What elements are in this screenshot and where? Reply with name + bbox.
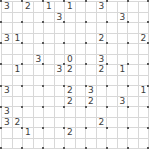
cell[interactable]: [44, 23, 55, 34]
cell[interactable]: [44, 107, 55, 118]
cell[interactable]: [86, 2, 97, 13]
grid-dot: [127, 127, 129, 129]
grid-dot: [85, 21, 87, 23]
grid-dot: [42, 63, 44, 65]
grid-dot: [63, 147, 65, 149]
cell[interactable]: [128, 128, 139, 139]
grid-dot: [127, 85, 129, 87]
cell[interactable]: [118, 128, 129, 139]
cell[interactable]: [65, 107, 76, 118]
grid-dot: [42, 127, 44, 129]
cell[interactable]: [34, 107, 45, 118]
cell[interactable]: [128, 97, 139, 108]
grid-dot: [42, 85, 44, 87]
cell[interactable]: [128, 55, 139, 66]
grid-dot: [127, 106, 129, 108]
cell[interactable]: [65, 23, 76, 34]
grid-dot: [0, 0, 2, 2]
clue-cell[interactable]: 2: [65, 128, 76, 139]
cell[interactable]: [128, 76, 139, 87]
clue-cell[interactable]: 3: [97, 2, 108, 13]
cell[interactable]: [86, 128, 97, 139]
cell[interactable]: [23, 55, 34, 66]
cell[interactable]: [107, 23, 118, 34]
clue-cell[interactable]: 1: [65, 2, 76, 13]
cell[interactable]: [107, 34, 118, 45]
cell[interactable]: [44, 44, 55, 55]
cell[interactable]: [23, 23, 34, 34]
clue-cell[interactable]: 2: [86, 97, 97, 108]
grid-dot: [85, 0, 87, 2]
cell[interactable]: [44, 55, 55, 66]
cell[interactable]: [55, 128, 66, 139]
grid-dot: [63, 63, 65, 65]
cell[interactable]: [23, 86, 34, 97]
clue-cell[interactable]: 3: [55, 65, 66, 76]
clue-cell[interactable]: 2: [65, 65, 76, 76]
grid-dot: [21, 0, 23, 2]
cell[interactable]: [86, 13, 97, 24]
clue-cell[interactable]: 1: [13, 65, 24, 76]
cell[interactable]: [34, 2, 45, 13]
cell[interactable]: [128, 2, 139, 13]
cell[interactable]: [2, 23, 13, 34]
cell[interactable]: [128, 23, 139, 34]
cell[interactable]: [65, 34, 76, 45]
cell[interactable]: [128, 65, 139, 76]
grid-dot: [106, 63, 108, 65]
cell[interactable]: [23, 97, 34, 108]
grid-dot: [21, 63, 23, 65]
cell[interactable]: [44, 65, 55, 76]
cell[interactable]: [13, 44, 24, 55]
grid-dot: [0, 21, 2, 23]
cell[interactable]: [44, 118, 55, 129]
grid-dot: [0, 127, 2, 129]
cell[interactable]: [2, 44, 13, 55]
cell[interactable]: [128, 86, 139, 97]
cell[interactable]: [118, 2, 129, 13]
clue-cell[interactable]: 3: [2, 34, 13, 45]
grid-dot: [147, 42, 149, 44]
cell[interactable]: [139, 107, 150, 118]
clue-cell[interactable]: 2: [65, 97, 76, 108]
cell[interactable]: [86, 107, 97, 118]
cell[interactable]: [139, 2, 150, 13]
cell[interactable]: [86, 34, 97, 45]
grid-dot: [63, 85, 65, 87]
grid-dot: [106, 21, 108, 23]
cell[interactable]: [34, 86, 45, 97]
grid-dot: [0, 63, 2, 65]
cell[interactable]: [23, 65, 34, 76]
cell[interactable]: [107, 2, 118, 13]
cell[interactable]: [139, 23, 150, 34]
cell[interactable]: [107, 44, 118, 55]
cell[interactable]: [65, 44, 76, 55]
clue-cell[interactable]: 3: [2, 86, 13, 97]
cell[interactable]: [107, 86, 118, 97]
grid-dot: [85, 147, 87, 149]
grid-dot: [147, 147, 149, 149]
clue-cell[interactable]: 2: [97, 65, 108, 76]
grid-dot: [85, 127, 87, 129]
cell[interactable]: [44, 86, 55, 97]
grid-dot: [106, 127, 108, 129]
grid-dot: [63, 21, 65, 23]
grid-dot: [127, 21, 129, 23]
cell[interactable]: [86, 118, 97, 129]
cell[interactable]: [118, 86, 129, 97]
grid-dot: [42, 21, 44, 23]
grid-dot: [0, 85, 2, 87]
clue-cell[interactable]: 1: [23, 128, 34, 139]
cell[interactable]: [128, 34, 139, 45]
grid-dot: [21, 147, 23, 149]
cell[interactable]: [23, 76, 34, 87]
cell[interactable]: [128, 13, 139, 24]
grid-dot: [42, 147, 44, 149]
cell[interactable]: [97, 44, 108, 55]
cell[interactable]: [55, 86, 66, 97]
grid-dot: [106, 147, 108, 149]
clue-cell[interactable]: 3: [2, 2, 13, 13]
grid-dot: [0, 106, 2, 108]
cell[interactable]: [97, 107, 108, 118]
cell[interactable]: [13, 128, 24, 139]
cell[interactable]: [86, 65, 97, 76]
cell[interactable]: [44, 97, 55, 108]
cell[interactable]: [34, 128, 45, 139]
cell[interactable]: [107, 128, 118, 139]
grid-dot: [21, 85, 23, 87]
cell[interactable]: [97, 128, 108, 139]
grid-dot: [21, 106, 23, 108]
cell[interactable]: [13, 86, 24, 97]
grid-dot: [21, 42, 23, 44]
cell[interactable]: [86, 139, 97, 150]
cell[interactable]: [2, 55, 13, 66]
grid-dot: [0, 42, 2, 44]
cell[interactable]: [2, 139, 13, 150]
grid-dot: [42, 0, 44, 2]
cell[interactable]: [23, 107, 34, 118]
cell[interactable]: [86, 55, 97, 66]
grid-dot: [127, 63, 129, 65]
cell[interactable]: [76, 107, 87, 118]
grid-dot: [147, 21, 149, 23]
cell[interactable]: [55, 2, 66, 13]
cell[interactable]: [118, 23, 129, 34]
grid-dot: [127, 42, 129, 44]
cell[interactable]: [13, 2, 24, 13]
clue-cell[interactable]: 1: [44, 2, 55, 13]
cell[interactable]: [44, 128, 55, 139]
cell[interactable]: [118, 44, 129, 55]
cell[interactable]: [107, 65, 118, 76]
clue-cell[interactable]: 3: [86, 86, 97, 97]
cell[interactable]: [44, 139, 55, 150]
cell[interactable]: [107, 13, 118, 24]
grid-dot: [106, 42, 108, 44]
cell[interactable]: [44, 13, 55, 24]
cell[interactable]: [76, 65, 87, 76]
grid-dot: [106, 0, 108, 2]
cell[interactable]: [128, 44, 139, 55]
cell[interactable]: [139, 65, 150, 76]
grid-dot: [21, 21, 23, 23]
cell[interactable]: [139, 44, 150, 55]
cell[interactable]: [13, 23, 24, 34]
grid-dot: [63, 0, 65, 2]
grid-dot: [106, 85, 108, 87]
cell[interactable]: [76, 2, 87, 13]
cell[interactable]: [76, 128, 87, 139]
cell[interactable]: [107, 107, 118, 118]
cell[interactable]: [55, 44, 66, 55]
cell[interactable]: [55, 23, 66, 34]
cell[interactable]: [2, 65, 13, 76]
grid-dot: [85, 42, 87, 44]
cell[interactable]: [2, 13, 13, 24]
cell[interactable]: [107, 97, 118, 108]
cell[interactable]: [107, 55, 118, 66]
clue-cell[interactable]: 2: [23, 2, 34, 13]
cell[interactable]: [97, 86, 108, 97]
cell[interactable]: [128, 107, 139, 118]
grid-dot: [147, 106, 149, 108]
grid-dot: [0, 147, 2, 149]
cell[interactable]: [128, 118, 139, 129]
cell[interactable]: [97, 23, 108, 34]
grid-dot: [147, 85, 149, 87]
cell[interactable]: [76, 44, 87, 55]
cell[interactable]: [128, 139, 139, 150]
grid-dot: [106, 106, 108, 108]
cell[interactable]: [65, 139, 76, 150]
cell[interactable]: [107, 76, 118, 87]
cell[interactable]: [55, 107, 66, 118]
cell[interactable]: [76, 23, 87, 34]
cell[interactable]: [65, 13, 76, 24]
grid-dot: [85, 85, 87, 87]
clue-cell[interactable]: 3: [2, 107, 13, 118]
cell[interactable]: [2, 128, 13, 139]
cell[interactable]: [23, 34, 34, 45]
cell[interactable]: [107, 118, 118, 129]
cell[interactable]: [13, 107, 24, 118]
grid-dot: [147, 127, 149, 129]
cell[interactable]: [23, 13, 34, 24]
clue-cell[interactable]: 2: [65, 86, 76, 97]
grid-dot: [42, 106, 44, 108]
cell[interactable]: [44, 34, 55, 45]
cell[interactable]: [23, 44, 34, 55]
cell[interactable]: [139, 128, 150, 139]
cell[interactable]: [107, 139, 118, 150]
grid-dot: [85, 63, 87, 65]
grid-dot: [21, 127, 23, 129]
grid-dot: [42, 42, 44, 44]
cell[interactable]: [86, 23, 97, 34]
grid-dot: [85, 106, 87, 108]
grid-dot: [127, 147, 129, 149]
grid-dot: [63, 127, 65, 129]
cell[interactable]: [34, 65, 45, 76]
grid-dot: [147, 0, 149, 2]
cell[interactable]: [23, 139, 34, 150]
grid-dot: [63, 42, 65, 44]
cell[interactable]: [76, 86, 87, 97]
clue-cell[interactable]: 3: [2, 118, 13, 129]
grid-dot: [127, 0, 129, 2]
cell[interactable]: [34, 44, 45, 55]
cell[interactable]: [118, 107, 129, 118]
grid-dot: [63, 106, 65, 108]
cell[interactable]: [86, 44, 97, 55]
cell[interactable]: [44, 76, 55, 87]
grid-dot: [147, 63, 149, 65]
puzzle-screenshot: 32113333122303132213231223332212: [0, 0, 150, 150]
cell[interactable]: [34, 23, 45, 34]
clue-cell[interactable]: 1: [118, 65, 129, 76]
clue-cell[interactable]: 1: [139, 86, 150, 97]
